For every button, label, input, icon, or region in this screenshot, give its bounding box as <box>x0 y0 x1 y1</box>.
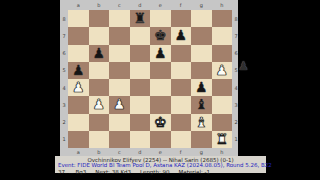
black-pawn-icon: ♟ <box>238 59 249 73</box>
white-pawn: ♟ <box>89 96 110 113</box>
file-label-b: b <box>89 1 110 9</box>
square-g5[interactable] <box>191 62 212 79</box>
square-c4[interactable] <box>109 79 130 96</box>
square-a5[interactable]: ♟ <box>68 62 89 79</box>
square-a4[interactable]: ♟ <box>68 79 89 96</box>
file-label-g: g <box>191 1 212 9</box>
file-label-c: c <box>109 1 130 9</box>
square-h1[interactable]: ♜ <box>212 131 233 148</box>
square-f1[interactable] <box>171 131 192 148</box>
square-g8[interactable] <box>191 10 212 27</box>
rank-label-8: 8 <box>232 10 240 27</box>
rank-label-3: 3 <box>60 96 68 113</box>
square-b1[interactable] <box>89 131 110 148</box>
square-f8[interactable] <box>171 10 192 27</box>
file-label-f: f <box>171 148 192 156</box>
square-f4[interactable] <box>171 79 192 96</box>
rank-label-1: 1 <box>232 131 240 148</box>
square-g1[interactable] <box>191 131 212 148</box>
file-label-d: d <box>130 1 151 9</box>
material-count: Material: -1 <box>179 169 210 175</box>
file-label-a: a <box>68 1 89 9</box>
square-a1[interactable] <box>68 131 89 148</box>
white-pawn: ♟ <box>212 62 233 79</box>
square-c2[interactable] <box>109 114 130 131</box>
square-c5[interactable] <box>109 62 130 79</box>
game-length: Length: 90 <box>140 169 170 175</box>
square-b3[interactable]: ♟ <box>89 96 110 113</box>
square-e1[interactable] <box>150 131 171 148</box>
square-g2[interactable]: ♝ <box>191 114 212 131</box>
square-h8[interactable] <box>212 10 233 27</box>
square-e6[interactable]: ♟ <box>150 45 171 62</box>
square-c8[interactable] <box>109 10 130 27</box>
square-d3[interactable] <box>130 96 151 113</box>
square-d5[interactable] <box>130 62 151 79</box>
square-e7[interactable]: ♚ <box>150 27 171 44</box>
square-d4[interactable] <box>130 79 151 96</box>
board-panel: abcdefgh 87654321 ♜♚♟♟♟♟♟♟♟♟♟♝♚♝♜ 876543… <box>60 0 238 156</box>
material-tray: ♟ <box>238 55 252 69</box>
black-bishop: ♝ <box>191 96 212 113</box>
square-g7[interactable] <box>191 27 212 44</box>
rank-label-7: 7 <box>60 27 68 44</box>
file-labels-top: abcdefgh <box>68 1 232 9</box>
square-h2[interactable] <box>212 114 233 131</box>
rank-label-5: 5 <box>60 62 68 79</box>
black-pawn: ♟ <box>68 62 89 79</box>
square-e4[interactable] <box>150 79 171 96</box>
square-c7[interactable] <box>109 27 130 44</box>
square-g4[interactable]: ♟ <box>191 79 212 96</box>
square-f3[interactable] <box>171 96 192 113</box>
white-pawn: ♟ <box>68 79 89 96</box>
black-king: ♚ <box>150 27 171 44</box>
square-b7[interactable] <box>89 27 110 44</box>
square-f6[interactable] <box>171 45 192 62</box>
white-bishop: ♝ <box>191 114 212 131</box>
rank-label-2: 2 <box>232 114 240 131</box>
square-d8[interactable]: ♜ <box>130 10 151 27</box>
next-move: Next: 38.Kd3 <box>95 169 131 175</box>
file-label-f: f <box>171 1 192 9</box>
chess-board: ♜♚♟♟♟♟♟♟♟♟♟♝♚♝♜ <box>68 10 232 148</box>
square-a7[interactable] <box>68 27 89 44</box>
file-label-c: c <box>109 148 130 156</box>
square-a8[interactable] <box>68 10 89 27</box>
rank-label-7: 7 <box>232 27 240 44</box>
file-label-b: b <box>89 148 110 156</box>
rank-label-8: 8 <box>60 10 68 27</box>
square-f5[interactable] <box>171 62 192 79</box>
square-c3[interactable]: ♟ <box>109 96 130 113</box>
square-b8[interactable] <box>89 10 110 27</box>
file-label-d: d <box>130 148 151 156</box>
black-pawn: ♟ <box>89 45 110 62</box>
file-labels-bottom: abcdefgh <box>68 148 232 156</box>
square-e3[interactable] <box>150 96 171 113</box>
rank-labels-right: 87654321 <box>232 10 240 148</box>
square-b4[interactable] <box>89 79 110 96</box>
square-g3[interactable]: ♝ <box>191 96 212 113</box>
black-pawn: ♟ <box>191 79 212 96</box>
square-d6[interactable] <box>130 45 151 62</box>
square-b2[interactable] <box>89 114 110 131</box>
square-h3[interactable] <box>212 96 233 113</box>
rank-label-3: 3 <box>232 96 240 113</box>
square-a2[interactable] <box>68 114 89 131</box>
square-h5[interactable]: ♟ <box>212 62 233 79</box>
square-b5[interactable] <box>89 62 110 79</box>
file-label-h: h <box>212 148 233 156</box>
file-label-a: a <box>68 148 89 156</box>
square-c1[interactable] <box>109 131 130 148</box>
square-a6[interactable] <box>68 45 89 62</box>
rank-label-6: 6 <box>60 45 68 62</box>
square-g6[interactable] <box>191 45 212 62</box>
square-e2[interactable]: ♚ <box>150 114 171 131</box>
file-label-e: e <box>150 1 171 9</box>
square-e5[interactable] <box>150 62 171 79</box>
square-f2[interactable] <box>171 114 192 131</box>
white-rook: ♜ <box>212 131 233 148</box>
caption-bar: Ovchinnikov Elifyev (2254) -- Nihal Sari… <box>55 156 266 173</box>
black-rook: ♜ <box>130 10 151 27</box>
square-h7[interactable] <box>212 27 233 44</box>
square-f7[interactable]: ♟ <box>171 27 192 44</box>
square-h4[interactable] <box>212 79 233 96</box>
rank-label-4: 4 <box>232 79 240 96</box>
file-label-g: g <box>191 148 212 156</box>
file-label-h: h <box>212 1 233 9</box>
rank-labels-left: 87654321 <box>60 10 68 148</box>
square-d1[interactable] <box>130 131 151 148</box>
square-d7[interactable] <box>130 27 151 44</box>
square-e8[interactable] <box>150 10 171 27</box>
square-a3[interactable] <box>68 96 89 113</box>
file-label-e: e <box>150 148 171 156</box>
square-d2[interactable] <box>130 114 151 131</box>
last-move: 37. ... Bg3 <box>58 169 86 175</box>
black-pawn: ♟ <box>150 45 171 62</box>
rank-label-2: 2 <box>60 114 68 131</box>
black-pawn: ♟ <box>171 27 192 44</box>
white-pawn: ♟ <box>109 96 130 113</box>
rank-label-1: 1 <box>60 131 68 148</box>
white-king: ♚ <box>150 114 171 131</box>
square-h6[interactable] <box>212 45 233 62</box>
square-b6[interactable]: ♟ <box>89 45 110 62</box>
square-c6[interactable] <box>109 45 130 62</box>
rank-label-4: 4 <box>60 79 68 96</box>
move-info: 37. ... Bg3 Next: 38.Kd3 Length: 90 Mate… <box>55 169 266 175</box>
